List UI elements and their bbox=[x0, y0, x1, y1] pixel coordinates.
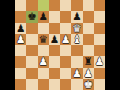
square-f6[interactable]: ♛ bbox=[71, 23, 82, 34]
black-pawn[interactable]: ♟ bbox=[38, 11, 49, 22]
square-d7[interactable] bbox=[49, 11, 60, 22]
square-a2[interactable] bbox=[15, 68, 26, 79]
square-b4[interactable] bbox=[26, 45, 37, 56]
black-pawn[interactable]: ♟ bbox=[71, 11, 82, 22]
black-rook[interactable]: ♜ bbox=[83, 56, 94, 67]
square-a1[interactable] bbox=[15, 79, 26, 90]
white-pawn[interactable]: ♟ bbox=[94, 56, 105, 67]
chess-board: ♚♟♟♟♛♟♛♟♟♝♟♜♟♟♟♚ bbox=[15, 0, 105, 90]
white-bishop[interactable]: ♝ bbox=[71, 34, 82, 45]
square-a4[interactable] bbox=[15, 45, 26, 56]
square-d1[interactable] bbox=[49, 79, 60, 90]
letterbox-background: ♚♟♟♟♛♟♛♟♟♝♟♜♟♟♟♚ bbox=[0, 0, 120, 90]
square-f5[interactable]: ♝ bbox=[71, 34, 82, 45]
square-e4[interactable] bbox=[60, 45, 71, 56]
square-e1[interactable] bbox=[60, 79, 71, 90]
square-f2[interactable]: ♟ bbox=[71, 68, 82, 79]
black-pawn[interactable]: ♟ bbox=[15, 23, 26, 34]
square-b6[interactable] bbox=[26, 23, 37, 34]
square-a7[interactable] bbox=[15, 11, 26, 22]
square-g7[interactable] bbox=[83, 11, 94, 22]
square-h7[interactable] bbox=[94, 11, 105, 22]
square-g3[interactable]: ♜ bbox=[83, 56, 94, 67]
square-c5[interactable]: ♛ bbox=[38, 34, 49, 45]
white-pawn[interactable]: ♟ bbox=[83, 68, 94, 79]
square-f3[interactable] bbox=[71, 56, 82, 67]
white-pawn[interactable]: ♟ bbox=[71, 68, 82, 79]
square-c4[interactable] bbox=[38, 45, 49, 56]
square-c1[interactable] bbox=[38, 79, 49, 90]
square-g8[interactable] bbox=[83, 0, 94, 11]
square-f4[interactable] bbox=[71, 45, 82, 56]
square-f1[interactable] bbox=[71, 79, 82, 90]
square-b1[interactable] bbox=[26, 79, 37, 90]
square-c6[interactable] bbox=[38, 23, 49, 34]
square-e7[interactable] bbox=[60, 11, 71, 22]
black-king[interactable]: ♚ bbox=[26, 11, 37, 22]
square-a8[interactable] bbox=[15, 0, 26, 11]
white-queen[interactable]: ♛ bbox=[71, 23, 82, 34]
black-queen[interactable]: ♛ bbox=[38, 34, 49, 45]
square-h2[interactable] bbox=[94, 68, 105, 79]
square-g1[interactable]: ♚ bbox=[83, 79, 94, 90]
square-a6[interactable]: ♟ bbox=[15, 23, 26, 34]
square-e3[interactable] bbox=[60, 56, 71, 67]
square-g2[interactable]: ♟ bbox=[83, 68, 94, 79]
white-pawn[interactable]: ♟ bbox=[60, 34, 71, 45]
square-a5[interactable]: ♟ bbox=[15, 34, 26, 45]
square-e5[interactable]: ♟ bbox=[60, 34, 71, 45]
square-h3[interactable]: ♟ bbox=[94, 56, 105, 67]
square-c3[interactable]: ♟ bbox=[38, 56, 49, 67]
square-d8[interactable] bbox=[49, 0, 60, 11]
square-c7[interactable]: ♟ bbox=[38, 11, 49, 22]
square-d2[interactable] bbox=[49, 68, 60, 79]
square-h1[interactable] bbox=[94, 79, 105, 90]
square-d5[interactable]: ♟ bbox=[49, 34, 60, 45]
square-h6[interactable] bbox=[94, 23, 105, 34]
square-d4[interactable] bbox=[49, 45, 60, 56]
square-f8[interactable] bbox=[71, 0, 82, 11]
square-h5[interactable] bbox=[94, 34, 105, 45]
square-d6[interactable] bbox=[49, 23, 60, 34]
square-h8[interactable] bbox=[94, 0, 105, 11]
square-c2[interactable] bbox=[38, 68, 49, 79]
square-e6[interactable] bbox=[60, 23, 71, 34]
square-g4[interactable] bbox=[83, 45, 94, 56]
square-g6[interactable] bbox=[83, 23, 94, 34]
square-b8[interactable] bbox=[26, 0, 37, 11]
square-c8[interactable] bbox=[38, 0, 49, 11]
square-b7[interactable]: ♚ bbox=[26, 11, 37, 22]
black-pawn[interactable]: ♟ bbox=[49, 34, 60, 45]
white-pawn[interactable]: ♟ bbox=[15, 34, 26, 45]
square-e2[interactable] bbox=[60, 68, 71, 79]
square-b3[interactable] bbox=[26, 56, 37, 67]
square-h4[interactable] bbox=[94, 45, 105, 56]
square-b5[interactable] bbox=[26, 34, 37, 45]
white-pawn[interactable]: ♟ bbox=[38, 56, 49, 67]
white-king[interactable]: ♚ bbox=[83, 79, 94, 90]
square-d3[interactable] bbox=[49, 56, 60, 67]
square-e8[interactable] bbox=[60, 0, 71, 11]
square-a3[interactable] bbox=[15, 56, 26, 67]
square-b2[interactable] bbox=[26, 68, 37, 79]
square-g5[interactable] bbox=[83, 34, 94, 45]
square-f7[interactable]: ♟ bbox=[71, 11, 82, 22]
